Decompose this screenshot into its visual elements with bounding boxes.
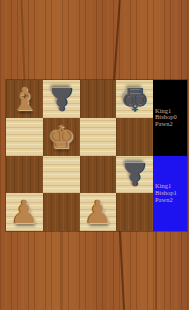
- wood-grain-streak: [119, 231, 125, 310]
- square-r3c1[interactable]: [6, 156, 43, 194]
- square-r1c1[interactable]: ♝: [6, 80, 43, 118]
- wood-grain-streak: [113, 0, 121, 80]
- game-area: ♝♟♚♚♟♟♟ King1 Bishop0 Pawn2 King1 Bishop…: [6, 80, 187, 231]
- white-bishop: ♝: [10, 83, 39, 115]
- blue-player-panel: King1 Bishop1 Pawn2: [153, 156, 187, 232]
- chess-board: ♝♟♚♚♟♟♟: [6, 80, 153, 231]
- white-pawn: ♟: [84, 196, 113, 228]
- square-r3c2[interactable]: [43, 156, 80, 194]
- status-panel: King1 Bishop0 Pawn2 King1 Bishop1 Pawn2: [153, 80, 187, 231]
- square-r3c4[interactable]: ♟: [116, 156, 153, 194]
- black-player-panel: King1 Bishop0 Pawn2: [153, 80, 187, 156]
- square-r4c1[interactable]: ♟: [6, 193, 43, 231]
- black-pawn: ♟: [120, 158, 149, 190]
- square-r2c1[interactable]: [6, 118, 43, 156]
- square-r4c3[interactable]: ♟: [80, 193, 117, 231]
- square-r3c3[interactable]: [80, 156, 117, 194]
- square-r4c4[interactable]: [116, 193, 153, 231]
- wood-grain-streak: [21, 0, 26, 80]
- white-pawn: ♟: [10, 196, 39, 228]
- black-king: ♚: [120, 83, 149, 115]
- black-pawn-count: Pawn2: [155, 121, 187, 128]
- wood-grain-streak: [155, 231, 157, 310]
- square-r2c3[interactable]: [80, 118, 117, 156]
- blue-pawn-count: Pawn2: [155, 197, 187, 204]
- white-king: ♚: [47, 121, 76, 153]
- square-r2c2[interactable]: ♚: [43, 118, 80, 156]
- square-r2c4[interactable]: [116, 118, 153, 156]
- square-r1c3[interactable]: [80, 80, 117, 118]
- square-r1c4[interactable]: ♚: [116, 80, 153, 118]
- square-r1c2[interactable]: ♟: [43, 80, 80, 118]
- wood-grain-streak: [60, 231, 62, 310]
- black-pawn: ♟: [47, 83, 76, 115]
- square-r4c2[interactable]: [43, 193, 80, 231]
